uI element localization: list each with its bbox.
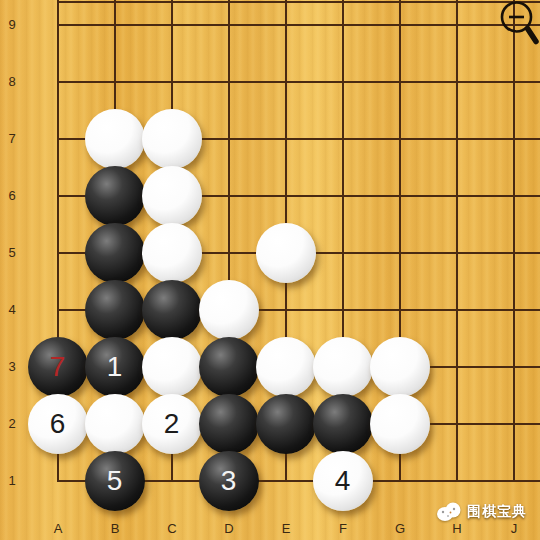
intersection-G2[interactable]	[371, 395, 428, 452]
stone-black-D3[interactable]	[199, 337, 259, 397]
stone-black-F2[interactable]	[313, 394, 373, 454]
intersection-H5[interactable]	[428, 224, 485, 281]
stone-white-G2[interactable]	[370, 394, 430, 454]
intersection-D4[interactable]	[200, 281, 257, 338]
row-label-3: 3	[0, 358, 24, 376]
intersection-J8[interactable]	[485, 53, 540, 110]
intersection-H3[interactable]	[428, 338, 485, 395]
intersection-G7[interactable]	[371, 110, 428, 167]
move-number-5: 5	[107, 467, 123, 495]
stone-white-E5[interactable]	[256, 223, 316, 283]
move-number-1: 1	[107, 353, 123, 381]
go-app-screen: 987654321 ABCDEFGHJ 7162534 围棋宝典	[0, 0, 540, 540]
move-number-7: 7	[50, 353, 66, 381]
stone-black-B6[interactable]	[85, 166, 145, 226]
row-label-5: 5	[0, 244, 24, 262]
move-number-3: 3	[221, 467, 237, 495]
intersection-D2[interactable]	[200, 395, 257, 452]
move-number-6: 6	[50, 410, 66, 438]
intersection-B4[interactable]	[86, 281, 143, 338]
intersection-D8[interactable]	[200, 53, 257, 110]
intersection-H7[interactable]	[428, 110, 485, 167]
stone-white-E3[interactable]	[256, 337, 316, 397]
intersection-G8[interactable]	[371, 53, 428, 110]
intersection-A9[interactable]	[29, 0, 86, 53]
intersection-F9[interactable]	[314, 0, 371, 53]
intersection-E2[interactable]	[257, 395, 314, 452]
intersection-E7[interactable]	[257, 110, 314, 167]
intersection-F7[interactable]	[314, 110, 371, 167]
intersection-H4[interactable]	[428, 281, 485, 338]
intersection-H6[interactable]	[428, 167, 485, 224]
intersection-F4[interactable]	[314, 281, 371, 338]
intersection-D1[interactable]: 3	[200, 452, 257, 509]
intersection-B6[interactable]	[86, 167, 143, 224]
row-label-4: 4	[0, 301, 24, 319]
row-label-8: 8	[0, 73, 24, 91]
column-label-C: C	[160, 520, 184, 538]
stone-white-C6[interactable]	[142, 166, 202, 226]
row-label-6: 6	[0, 187, 24, 205]
intersection-B9[interactable]	[86, 0, 143, 53]
intersection-E6[interactable]	[257, 167, 314, 224]
column-label-G: G	[388, 520, 412, 538]
intersection-A6[interactable]	[29, 167, 86, 224]
intersection-A8[interactable]	[29, 53, 86, 110]
go-board: 7162534	[29, 0, 540, 509]
intersection-G9[interactable]	[371, 0, 428, 53]
stone-white-C3[interactable]	[142, 337, 202, 397]
intersection-C9[interactable]	[143, 0, 200, 53]
intersection-C8[interactable]	[143, 53, 200, 110]
intersection-E3[interactable]	[257, 338, 314, 395]
intersection-D5[interactable]	[200, 224, 257, 281]
intersection-C7[interactable]	[143, 110, 200, 167]
stone-white-F1[interactable]: 4	[313, 451, 373, 511]
intersection-D3[interactable]	[200, 338, 257, 395]
row-label-7: 7	[0, 130, 24, 148]
intersection-E1[interactable]	[257, 452, 314, 509]
intersection-J5[interactable]	[485, 224, 540, 281]
intersection-F8[interactable]	[314, 53, 371, 110]
row-label-1: 1	[0, 472, 24, 490]
stone-white-B2[interactable]	[85, 394, 145, 454]
row-label-9: 9	[0, 16, 24, 34]
intersection-D9[interactable]	[200, 0, 257, 53]
logo-stones-icon	[436, 501, 462, 523]
intersection-J6[interactable]	[485, 167, 540, 224]
logo-text: 围棋宝典	[467, 503, 527, 521]
intersection-A4[interactable]	[29, 281, 86, 338]
intersection-F3[interactable]	[314, 338, 371, 395]
intersection-B5[interactable]	[86, 224, 143, 281]
intersection-J3[interactable]	[485, 338, 540, 395]
intersection-F1[interactable]: 4	[314, 452, 371, 509]
stone-black-D1[interactable]: 3	[199, 451, 259, 511]
column-label-E: E	[274, 520, 298, 538]
intersection-E9[interactable]	[257, 0, 314, 53]
intersection-D6[interactable]	[200, 167, 257, 224]
intersection-J7[interactable]	[485, 110, 540, 167]
intersection-B8[interactable]	[86, 53, 143, 110]
stone-black-E2[interactable]	[256, 394, 316, 454]
column-label-A: A	[46, 520, 70, 538]
intersection-C1[interactable]	[143, 452, 200, 509]
stone-black-B4[interactable]	[85, 280, 145, 340]
stone-white-F3[interactable]	[313, 337, 373, 397]
intersection-A5[interactable]	[29, 224, 86, 281]
stone-black-B5[interactable]	[85, 223, 145, 283]
intersection-G5[interactable]	[371, 224, 428, 281]
stone-black-B3[interactable]: 1	[85, 337, 145, 397]
intersection-C2[interactable]: 2	[143, 395, 200, 452]
intersection-A7[interactable]	[29, 110, 86, 167]
intersection-H8[interactable]	[428, 53, 485, 110]
move-number-4: 4	[335, 467, 351, 495]
stone-white-D4[interactable]	[199, 280, 259, 340]
intersection-F2[interactable]	[314, 395, 371, 452]
intersection-D7[interactable]	[200, 110, 257, 167]
stone-white-G3[interactable]	[370, 337, 430, 397]
stone-black-C4[interactable]	[142, 280, 202, 340]
stone-white-C7[interactable]	[142, 109, 202, 169]
zoom-out-icon[interactable]	[495, 0, 540, 48]
intersection-B1[interactable]: 5	[86, 452, 143, 509]
column-label-D: D	[217, 520, 241, 538]
intersection-A1[interactable]	[29, 452, 86, 509]
intersection-G6[interactable]	[371, 167, 428, 224]
intersection-H9[interactable]	[428, 0, 485, 53]
move-number-2: 2	[164, 410, 180, 438]
intersection-E5[interactable]	[257, 224, 314, 281]
intersection-J4[interactable]	[485, 281, 540, 338]
intersection-G4[interactable]	[371, 281, 428, 338]
column-label-F: F	[331, 520, 355, 538]
app-logo: 围棋宝典	[436, 501, 527, 523]
intersection-G1[interactable]	[371, 452, 428, 509]
stone-black-B1[interactable]: 5	[85, 451, 145, 511]
intersection-B7[interactable]	[86, 110, 143, 167]
stone-black-A3[interactable]: 7	[28, 337, 88, 397]
intersection-C3[interactable]	[143, 338, 200, 395]
intersection-G3[interactable]	[371, 338, 428, 395]
intersection-E8[interactable]	[257, 53, 314, 110]
intersection-B3[interactable]: 1	[86, 338, 143, 395]
column-label-B: B	[103, 520, 127, 538]
intersection-H2[interactable]	[428, 395, 485, 452]
stone-white-A2[interactable]: 6	[28, 394, 88, 454]
intersection-B2[interactable]	[86, 395, 143, 452]
intersection-C6[interactable]	[143, 167, 200, 224]
intersection-A3[interactable]: 7	[29, 338, 86, 395]
intersection-C4[interactable]	[143, 281, 200, 338]
stone-white-C5[interactable]	[142, 223, 202, 283]
intersection-C5[interactable]	[143, 224, 200, 281]
intersection-E4[interactable]	[257, 281, 314, 338]
stone-white-C2[interactable]: 2	[142, 394, 202, 454]
row-label-2: 2	[0, 415, 24, 433]
stone-black-D2[interactable]	[199, 394, 259, 454]
intersection-J2[interactable]	[485, 395, 540, 452]
intersection-F5[interactable]	[314, 224, 371, 281]
stone-white-B7[interactable]	[85, 109, 145, 169]
intersection-F6[interactable]	[314, 167, 371, 224]
intersection-A2[interactable]: 6	[29, 395, 86, 452]
